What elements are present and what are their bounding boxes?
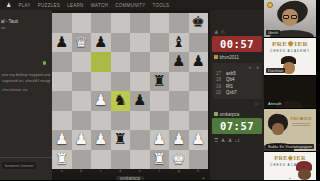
square-e8[interactable] bbox=[130, 13, 150, 33]
black-king-h8[interactable]: ♚ bbox=[189, 13, 209, 33]
square-g6[interactable]: ♟ bbox=[169, 52, 189, 72]
bottom-player-name: omkarpca bbox=[220, 112, 240, 117]
square-g3[interactable] bbox=[169, 111, 189, 131]
square-f1[interactable]: ♜ bbox=[150, 150, 170, 170]
webcam-4-name-tag: Babla Sri Viswanayagam bbox=[266, 144, 314, 149]
square-c3[interactable] bbox=[91, 111, 111, 131]
black-pawn-g6[interactable]: ♟ bbox=[169, 52, 189, 72]
black-knight-d4[interactable]: ♞ bbox=[111, 91, 131, 111]
white-pawn-c2[interactable]: ♟ bbox=[91, 130, 111, 150]
webcam-tile-4[interactable]: PRE♚IER Babla Sri Viswanayagam bbox=[264, 108, 316, 151]
material-advantage: +1 bbox=[235, 138, 241, 143]
square-h2[interactable]: ♟ bbox=[189, 130, 209, 150]
white-pawn-a2[interactable]: ♟ bbox=[52, 130, 72, 150]
person-1-glasses-icon bbox=[283, 15, 289, 19]
nav-play[interactable]: PLAY bbox=[18, 3, 30, 8]
captured-pieces-top: ♙ ♘ bbox=[214, 29, 264, 35]
square-h4[interactable] bbox=[189, 91, 209, 111]
nav-watch[interactable]: WATCH bbox=[91, 3, 109, 8]
nav-learn[interactable]: LEARN bbox=[67, 3, 84, 8]
square-b8[interactable] bbox=[72, 13, 92, 33]
bottom-player-row[interactable]: omkarpca bbox=[214, 112, 264, 117]
top-player-avatar bbox=[214, 55, 218, 59]
square-h8[interactable]: ♚ bbox=[189, 13, 209, 33]
square-d5[interactable] bbox=[111, 72, 131, 92]
webcam-3-name-tag: Anirudh bbox=[266, 101, 284, 106]
square-a7[interactable]: ♟ bbox=[52, 33, 72, 53]
premier-mini-logo: PRE♚IER bbox=[288, 116, 314, 126]
square-d1[interactable] bbox=[111, 150, 131, 170]
chat-user-pill[interactable]: between konnor bbox=[2, 162, 36, 169]
webcam-2-name-tag: Darshan bbox=[266, 68, 285, 73]
move-rows: 17axb518Qb419Rf120Qxb7 bbox=[216, 71, 259, 97]
square-c5[interactable] bbox=[91, 72, 111, 92]
white-rook-f1[interactable]: ♜ bbox=[150, 150, 170, 170]
white-pawn-b2[interactable]: ♟ bbox=[72, 130, 92, 150]
sidebar-divider bbox=[0, 157, 52, 158]
square-g7[interactable]: ♝ bbox=[169, 33, 189, 53]
square-d8[interactable] bbox=[111, 13, 131, 33]
webcam-tile-2[interactable]: PRE♚IER CHESS ACADEMY Darshan bbox=[264, 37, 316, 75]
square-c8[interactable] bbox=[91, 13, 111, 33]
nav-items: PLAYPUZZLESLEARNWATCHCOMMUNITYTOOLS bbox=[18, 3, 169, 8]
board-footer-bar: omkarpca + bbox=[52, 174, 208, 180]
square-a2[interactable]: ♟ bbox=[52, 130, 72, 150]
square-h7[interactable] bbox=[189, 33, 209, 53]
square-h1[interactable] bbox=[189, 150, 209, 170]
square-a5[interactable] bbox=[52, 72, 72, 92]
move-number: 20 bbox=[216, 90, 226, 97]
top-player-name: bhvn2011 bbox=[220, 55, 239, 60]
square-d4[interactable]: ♞ bbox=[111, 91, 131, 111]
move-row[interactable]: 20Qxb7 bbox=[216, 90, 259, 97]
black-rook-f5[interactable]: ♜ bbox=[150, 72, 170, 92]
chat-message: checkmate via bbox=[2, 87, 50, 93]
square-c2[interactable]: ♟ bbox=[91, 130, 111, 150]
square-e5[interactable] bbox=[130, 72, 150, 92]
square-g4[interactable] bbox=[169, 91, 189, 111]
person-1-glasses-icon bbox=[291, 15, 297, 19]
square-h3[interactable] bbox=[189, 111, 209, 131]
white-queen-b7[interactable]: ♛ bbox=[72, 33, 92, 53]
nav-tools[interactable]: TOOLS bbox=[153, 3, 170, 8]
chat-message: captured es, should I resign bbox=[2, 78, 50, 84]
black-pawn-a7[interactable]: ♟ bbox=[52, 33, 72, 53]
online-status-dot bbox=[43, 61, 47, 65]
collapse-chevron-icon[interactable]: ⌄ bbox=[288, 175, 292, 180]
square-c6[interactable] bbox=[91, 52, 111, 72]
square-f7[interactable] bbox=[150, 33, 170, 53]
webcam-tile-1[interactable]: Girish bbox=[264, 0, 316, 37]
square-c4[interactable]: ♟ bbox=[91, 91, 111, 111]
white-rook-a1[interactable]: ♜ bbox=[52, 150, 72, 170]
square-d3[interactable] bbox=[111, 111, 131, 131]
square-f6[interactable] bbox=[150, 52, 170, 72]
square-g1[interactable]: ♚ bbox=[169, 150, 189, 170]
nav-puzzles[interactable]: PUZZLES bbox=[38, 3, 60, 8]
move-list-header: « » bbox=[216, 64, 259, 71]
square-a6[interactable] bbox=[52, 52, 72, 72]
square-b1[interactable] bbox=[72, 150, 92, 170]
captured-pieces-bottom: ♖ ♙ ♙ +1 bbox=[214, 137, 264, 143]
screen-edge bbox=[316, 0, 320, 180]
person-5-face bbox=[298, 169, 311, 180]
top-player-row[interactable]: bhvn2011 bbox=[214, 55, 264, 60]
bottom-player-clock: 07:57 bbox=[212, 118, 262, 134]
square-b6[interactable] bbox=[72, 52, 92, 72]
white-pawn-c4[interactable]: ♟ bbox=[91, 91, 111, 111]
webcam-tile-3[interactable]: Anirudh bbox=[264, 75, 316, 108]
square-b2[interactable]: ♟ bbox=[72, 130, 92, 150]
square-d6[interactable] bbox=[111, 52, 131, 72]
square-a4[interactable] bbox=[52, 91, 72, 111]
bottom-player-pill[interactable]: omkarpca bbox=[116, 176, 144, 181]
game-info-panel: ♙ ♘ 00:57 bhvn2011 « » 17axb518Qb419Rf12… bbox=[210, 10, 264, 180]
square-g2[interactable]: ♟ bbox=[169, 130, 189, 150]
white-pawn-f2[interactable]: ♟ bbox=[150, 130, 170, 150]
square-e4[interactable]: ♟ bbox=[130, 91, 150, 111]
black-rook-d2[interactable]: ♜ bbox=[111, 130, 131, 150]
square-c7[interactable]: ♟ bbox=[91, 33, 111, 53]
square-h5[interactable] bbox=[189, 72, 209, 92]
square-e3[interactable] bbox=[130, 111, 150, 131]
square-e1[interactable] bbox=[130, 150, 150, 170]
black-pawn-e4[interactable]: ♟ bbox=[130, 91, 150, 111]
flag-icon[interactable]: ⚐ bbox=[210, 101, 259, 107]
black-pawn-h6[interactable]: ♟ bbox=[189, 52, 209, 72]
next-move-icon[interactable]: » bbox=[256, 64, 259, 70]
webcam-1-name-tag: Girish bbox=[266, 30, 280, 35]
chat-message: ove my bishop trapped and bbox=[2, 72, 50, 78]
white-king-g1[interactable]: ♚ bbox=[169, 150, 189, 170]
square-b7[interactable]: ♛ bbox=[72, 33, 92, 53]
square-e6[interactable] bbox=[130, 52, 150, 72]
event-subtitle: oo bbox=[1, 25, 52, 30]
black-pawn-c7[interactable]: ♟ bbox=[91, 33, 111, 53]
person-4-face bbox=[272, 123, 284, 135]
bottom-player-avatar bbox=[214, 112, 218, 116]
square-f4[interactable] bbox=[150, 91, 170, 111]
video-call-strip: Girish PRE♚IER CHESS ACADEMY Darshan Ani… bbox=[264, 0, 316, 180]
square-f8[interactable] bbox=[150, 13, 170, 33]
stream-frame: ♟ PLAYPUZZLESLEARNWATCHCOMMUNITYTOOLS al… bbox=[0, 0, 320, 180]
square-b3[interactable] bbox=[72, 111, 92, 131]
black-bishop-g7[interactable]: ♝ bbox=[169, 33, 189, 53]
nav-community[interactable]: COMMUNITY bbox=[115, 3, 145, 8]
square-f5[interactable]: ♜ bbox=[150, 72, 170, 92]
square-g5[interactable] bbox=[169, 72, 189, 92]
square-e7[interactable] bbox=[130, 33, 150, 53]
event-title: al - Tauti bbox=[1, 19, 52, 24]
premier-logo-subtitle: CHESS ACADEMY bbox=[264, 49, 316, 53]
chat-messages: ove my bishop trapped andcaptured es, sh… bbox=[2, 72, 50, 93]
board-area: ➤ ♚♟♛♟♝♟♟♜♟♞♟♟♟♟♜♟♟♟♜♜♚ abcdefgh omkarpc… bbox=[52, 10, 208, 180]
square-c1[interactable] bbox=[91, 150, 111, 170]
square-a8[interactable] bbox=[52, 13, 72, 33]
white-pawn-h2[interactable]: ♟ bbox=[189, 130, 209, 150]
move-list: « » 17axb518Qb419Rf120Qxb7 bbox=[213, 63, 262, 99]
left-sidebar: al - Tauti oo ove my bishop trapped andc… bbox=[0, 10, 52, 180]
prev-move-icon[interactable]: « bbox=[248, 64, 251, 70]
white-pawn-g2[interactable]: ♟ bbox=[169, 130, 189, 150]
board-footer-plus-icon[interactable]: + bbox=[202, 175, 205, 180]
square-g8[interactable] bbox=[169, 13, 189, 33]
square-a3[interactable] bbox=[52, 111, 72, 131]
move-san[interactable]: Qxb7 bbox=[226, 90, 237, 97]
square-b5[interactable] bbox=[72, 72, 92, 92]
square-f2[interactable]: ♟ bbox=[150, 130, 170, 150]
captured-glyphs: ♖ ♙ ♙ bbox=[214, 137, 233, 143]
chess-site-logo-pawn-icon[interactable]: ♟ bbox=[6, 0, 11, 10]
chess-board[interactable]: ➤ ♚♟♛♟♝♟♟♜♟♞♟♟♟♟♜♟♟♟♜♜♚ bbox=[52, 13, 208, 169]
square-e2[interactable] bbox=[130, 130, 150, 150]
gold-badge-icon bbox=[267, 2, 273, 8]
square-b4[interactable] bbox=[72, 91, 92, 111]
square-f3[interactable] bbox=[150, 111, 170, 131]
top-player-clock: 00:57 bbox=[212, 36, 262, 52]
square-a1[interactable]: ♜ bbox=[52, 150, 72, 170]
square-h6[interactable]: ♟ bbox=[189, 52, 209, 72]
square-d2[interactable]: ♜ bbox=[111, 130, 131, 150]
webcam-tile-5[interactable]: PRE♚IER CHESS ACADEMY ⌄ bbox=[264, 151, 316, 180]
square-d7[interactable] bbox=[111, 33, 131, 53]
premier-logo: PRE♚IER bbox=[264, 41, 316, 48]
